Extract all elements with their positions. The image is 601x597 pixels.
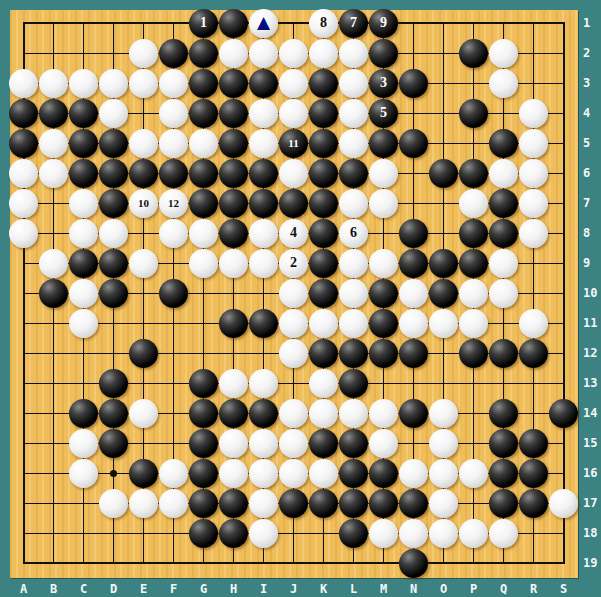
stone-white bbox=[399, 459, 428, 488]
stone-black bbox=[99, 429, 128, 458]
stone-black bbox=[99, 279, 128, 308]
go-board[interactable]: 1▲87935111012462 bbox=[10, 10, 578, 578]
stone-white bbox=[159, 489, 188, 518]
stone-white bbox=[399, 279, 428, 308]
stone-black bbox=[69, 159, 98, 188]
stone-white bbox=[69, 189, 98, 218]
stone-white bbox=[9, 219, 38, 248]
stone-white bbox=[279, 159, 308, 188]
stone-white bbox=[279, 339, 308, 368]
stone-black bbox=[99, 189, 128, 218]
stone-white bbox=[279, 279, 308, 308]
stone-black bbox=[279, 189, 308, 218]
stone-white bbox=[429, 489, 458, 518]
col-label-N: N bbox=[410, 582, 417, 596]
stone-white bbox=[339, 39, 368, 68]
stone-white bbox=[39, 249, 68, 278]
stone-white bbox=[339, 99, 368, 128]
stone-black bbox=[459, 219, 488, 248]
row-label-11: 11 bbox=[583, 316, 597, 330]
stone-white bbox=[249, 459, 278, 488]
stone-white bbox=[519, 99, 548, 128]
stone-white bbox=[129, 129, 158, 158]
stone-white bbox=[279, 39, 308, 68]
stone-black bbox=[429, 279, 458, 308]
stone-white bbox=[219, 429, 248, 458]
move-number: 10 bbox=[138, 198, 149, 209]
stone-white bbox=[309, 309, 338, 338]
stone-white bbox=[339, 129, 368, 158]
stone-black bbox=[339, 519, 368, 548]
stone-black bbox=[249, 69, 278, 98]
stone-black bbox=[249, 399, 278, 428]
stone-black bbox=[459, 249, 488, 278]
stone-black bbox=[219, 309, 248, 338]
stone-white: ▲ bbox=[249, 9, 278, 38]
row-label-4: 4 bbox=[583, 106, 590, 120]
stone-black bbox=[9, 129, 38, 158]
stone-black bbox=[219, 519, 248, 548]
stone-white bbox=[489, 69, 518, 98]
col-label-Q: Q bbox=[500, 582, 507, 596]
stone-white bbox=[159, 129, 188, 158]
stone-white bbox=[129, 249, 158, 278]
stone-black bbox=[519, 459, 548, 488]
stone-white bbox=[9, 159, 38, 188]
stone-black bbox=[369, 279, 398, 308]
stone-black bbox=[249, 309, 278, 338]
row-label-7: 7 bbox=[583, 196, 590, 210]
col-label-I: I bbox=[260, 582, 267, 596]
stone-white bbox=[69, 429, 98, 458]
stone-black bbox=[429, 159, 458, 188]
stone-white bbox=[399, 519, 428, 548]
col-label-M: M bbox=[380, 582, 387, 596]
move-number: 11 bbox=[288, 138, 298, 149]
stone-white bbox=[9, 189, 38, 218]
stone-black bbox=[519, 339, 548, 368]
stone-white bbox=[69, 279, 98, 308]
stone-black bbox=[309, 99, 338, 128]
stone-black bbox=[309, 219, 338, 248]
stone-black bbox=[99, 369, 128, 398]
stone-black bbox=[39, 279, 68, 308]
stone-black bbox=[519, 489, 548, 518]
stone-white bbox=[459, 309, 488, 338]
move-number: 12 bbox=[168, 198, 179, 209]
row-label-18: 18 bbox=[583, 526, 597, 540]
col-label-S: S bbox=[560, 582, 567, 596]
stone-white bbox=[219, 249, 248, 278]
stone-white bbox=[159, 69, 188, 98]
stone-black bbox=[219, 129, 248, 158]
stone-white bbox=[369, 159, 398, 188]
stone-black bbox=[399, 489, 428, 518]
row-label-6: 6 bbox=[583, 166, 590, 180]
stone-black bbox=[309, 429, 338, 458]
stone-black bbox=[219, 9, 248, 38]
stone-white bbox=[159, 219, 188, 248]
stone-black bbox=[339, 369, 368, 398]
stone-black bbox=[249, 189, 278, 218]
stone-white bbox=[489, 279, 518, 308]
stone-black bbox=[219, 189, 248, 218]
col-label-L: L bbox=[350, 582, 357, 596]
stone-white bbox=[279, 459, 308, 488]
move-number: 4 bbox=[290, 226, 297, 240]
stone-black: 5 bbox=[369, 99, 398, 128]
stone-black bbox=[129, 339, 158, 368]
col-label-K: K bbox=[320, 582, 327, 596]
col-label-E: E bbox=[140, 582, 147, 596]
stone-white bbox=[279, 309, 308, 338]
stone-white bbox=[279, 69, 308, 98]
stone-black bbox=[459, 339, 488, 368]
stone-white bbox=[489, 159, 518, 188]
stone-white bbox=[519, 159, 548, 188]
stone-white bbox=[399, 309, 428, 338]
stone-black: 1 bbox=[189, 9, 218, 38]
row-label-16: 16 bbox=[583, 466, 597, 480]
row-label-3: 3 bbox=[583, 76, 590, 90]
stone-white: 4 bbox=[279, 219, 308, 248]
stone-white bbox=[159, 99, 188, 128]
stone-white bbox=[69, 309, 98, 338]
col-label-P: P bbox=[470, 582, 477, 596]
stone-black bbox=[189, 369, 218, 398]
stone-white bbox=[339, 249, 368, 278]
stone-black bbox=[189, 99, 218, 128]
stone-black bbox=[99, 129, 128, 158]
stone-black bbox=[189, 189, 218, 218]
stone-white bbox=[99, 219, 128, 248]
stone-black bbox=[399, 249, 428, 278]
stone-white bbox=[309, 399, 338, 428]
stone-white bbox=[279, 429, 308, 458]
stone-white bbox=[249, 219, 278, 248]
stone-white bbox=[429, 399, 458, 428]
stone-black bbox=[339, 489, 368, 518]
stone-black bbox=[189, 39, 218, 68]
stone-black bbox=[309, 249, 338, 278]
stone-black bbox=[519, 429, 548, 458]
stone-black bbox=[189, 69, 218, 98]
stone-white bbox=[459, 189, 488, 218]
stone-white bbox=[99, 489, 128, 518]
stone-black: 3 bbox=[369, 69, 398, 98]
stone-white: 8 bbox=[309, 9, 338, 38]
stone-black: 11 bbox=[279, 129, 308, 158]
stone-white: 2 bbox=[279, 249, 308, 278]
stone-black bbox=[219, 159, 248, 188]
col-label-G: G bbox=[200, 582, 207, 596]
stone-white bbox=[249, 129, 278, 158]
stone-black bbox=[489, 129, 518, 158]
stone-white bbox=[339, 399, 368, 428]
stone-white: 12 bbox=[159, 189, 188, 218]
stone-white bbox=[249, 39, 278, 68]
stone-white bbox=[309, 39, 338, 68]
stone-black bbox=[399, 129, 428, 158]
stone-black bbox=[309, 489, 338, 518]
stone-black bbox=[279, 489, 308, 518]
go-game-screenshot: 1▲87935111012462 ABCDEFGHIJKLMNOPQRS 123… bbox=[0, 0, 601, 597]
stone-black bbox=[309, 69, 338, 98]
move-number: 5 bbox=[380, 106, 387, 120]
stone-white bbox=[519, 309, 548, 338]
stone-white bbox=[159, 459, 188, 488]
stone-black bbox=[129, 459, 158, 488]
stone-black bbox=[489, 189, 518, 218]
stone-black bbox=[429, 249, 458, 278]
stone-black bbox=[309, 339, 338, 368]
stone-black bbox=[339, 339, 368, 368]
row-label-19: 19 bbox=[583, 556, 597, 570]
stone-white bbox=[489, 249, 518, 278]
stone-white bbox=[279, 399, 308, 428]
stone-black bbox=[369, 129, 398, 158]
stone-black bbox=[339, 429, 368, 458]
stone-white bbox=[249, 519, 278, 548]
stone-white bbox=[519, 129, 548, 158]
stone-black bbox=[189, 519, 218, 548]
grid-line-h bbox=[23, 562, 565, 564]
stone-white bbox=[429, 309, 458, 338]
stone-black bbox=[489, 429, 518, 458]
stone-black bbox=[99, 159, 128, 188]
stone-black bbox=[189, 459, 218, 488]
stone-black bbox=[159, 159, 188, 188]
stone-black bbox=[159, 279, 188, 308]
triangle-marker: ▲ bbox=[257, 14, 270, 31]
hoshi-point bbox=[110, 470, 117, 477]
row-label-9: 9 bbox=[583, 256, 590, 270]
row-label-17: 17 bbox=[583, 496, 597, 510]
stone-black bbox=[549, 399, 578, 428]
col-label-H: H bbox=[230, 582, 237, 596]
stone-black bbox=[189, 429, 218, 458]
grid-line-v bbox=[563, 22, 565, 564]
stone-white bbox=[339, 69, 368, 98]
stone-black bbox=[99, 399, 128, 428]
stone-white bbox=[429, 429, 458, 458]
stone-black bbox=[369, 459, 398, 488]
stone-white bbox=[489, 39, 518, 68]
stone-black bbox=[309, 189, 338, 218]
move-number: 3 bbox=[380, 76, 387, 90]
stone-white bbox=[309, 459, 338, 488]
stone-white bbox=[459, 519, 488, 548]
stone-black bbox=[489, 339, 518, 368]
stone-black bbox=[489, 219, 518, 248]
stone-white bbox=[189, 219, 218, 248]
stone-black bbox=[69, 99, 98, 128]
stone-white bbox=[69, 459, 98, 488]
stone-white bbox=[129, 489, 158, 518]
stone-white bbox=[339, 309, 368, 338]
stone-black bbox=[219, 399, 248, 428]
stone-white bbox=[519, 219, 548, 248]
stone-black bbox=[159, 39, 188, 68]
stone-black bbox=[249, 159, 278, 188]
stone-black bbox=[189, 159, 218, 188]
stone-black bbox=[399, 339, 428, 368]
row-label-2: 2 bbox=[583, 46, 590, 60]
stone-black bbox=[339, 159, 368, 188]
stone-black bbox=[219, 489, 248, 518]
stone-black bbox=[99, 249, 128, 278]
move-number: 9 bbox=[380, 16, 387, 30]
move-number: 8 bbox=[320, 16, 327, 30]
stone-black bbox=[39, 99, 68, 128]
stone-black bbox=[369, 489, 398, 518]
stone-black bbox=[219, 69, 248, 98]
stone-white bbox=[189, 129, 218, 158]
stone-black bbox=[189, 489, 218, 518]
stone-black bbox=[489, 399, 518, 428]
stone-white bbox=[279, 99, 308, 128]
stone-white bbox=[519, 189, 548, 218]
stone-black bbox=[369, 39, 398, 68]
stone-black bbox=[459, 159, 488, 188]
col-label-A: A bbox=[20, 582, 27, 596]
stone-white bbox=[249, 99, 278, 128]
stone-white bbox=[39, 129, 68, 158]
stone-white bbox=[219, 369, 248, 398]
col-label-J: J bbox=[290, 582, 297, 596]
stone-white bbox=[129, 39, 158, 68]
stone-white bbox=[369, 189, 398, 218]
stone-white bbox=[309, 369, 338, 398]
stone-black bbox=[309, 129, 338, 158]
stone-white bbox=[9, 69, 38, 98]
stone-white bbox=[339, 189, 368, 218]
stone-white bbox=[69, 69, 98, 98]
row-label-1: 1 bbox=[583, 16, 590, 30]
stone-white bbox=[369, 399, 398, 428]
row-label-5: 5 bbox=[583, 136, 590, 150]
stone-black bbox=[489, 489, 518, 518]
move-number: 1 bbox=[200, 16, 207, 30]
row-label-10: 10 bbox=[583, 286, 597, 300]
stone-black bbox=[9, 99, 38, 128]
stone-black bbox=[309, 279, 338, 308]
stone-white bbox=[369, 249, 398, 278]
stone-white: 10 bbox=[129, 189, 158, 218]
stone-white bbox=[99, 99, 128, 128]
move-number: 6 bbox=[350, 226, 357, 240]
stone-white bbox=[219, 459, 248, 488]
stone-black bbox=[489, 459, 518, 488]
stone-black bbox=[399, 69, 428, 98]
col-label-O: O bbox=[440, 582, 447, 596]
stone-black bbox=[399, 399, 428, 428]
stone-white bbox=[489, 519, 518, 548]
stone-black bbox=[339, 459, 368, 488]
col-label-R: R bbox=[530, 582, 537, 596]
move-number: 7 bbox=[350, 16, 357, 30]
stone-black bbox=[69, 249, 98, 278]
stone-white bbox=[189, 249, 218, 278]
stone-black bbox=[459, 39, 488, 68]
stone-black bbox=[369, 339, 398, 368]
stone-black bbox=[189, 399, 218, 428]
stone-white bbox=[39, 69, 68, 98]
stone-white bbox=[249, 249, 278, 278]
stone-white bbox=[39, 159, 68, 188]
stone-black bbox=[219, 219, 248, 248]
stone-black bbox=[219, 99, 248, 128]
row-label-15: 15 bbox=[583, 436, 597, 450]
stone-black bbox=[129, 159, 158, 188]
stone-white bbox=[129, 399, 158, 428]
stone-white: 6 bbox=[339, 219, 368, 248]
stone-white bbox=[459, 279, 488, 308]
stone-black bbox=[459, 99, 488, 128]
stone-black bbox=[69, 399, 98, 428]
stone-black bbox=[369, 309, 398, 338]
stone-white bbox=[249, 369, 278, 398]
stone-white bbox=[429, 459, 458, 488]
move-number: 2 bbox=[290, 256, 297, 270]
stone-white bbox=[459, 459, 488, 488]
col-label-D: D bbox=[110, 582, 117, 596]
col-label-B: B bbox=[50, 582, 57, 596]
row-label-8: 8 bbox=[583, 226, 590, 240]
stone-white bbox=[339, 279, 368, 308]
stone-white bbox=[429, 519, 458, 548]
col-label-C: C bbox=[80, 582, 87, 596]
stone-black bbox=[399, 219, 428, 248]
stone-white bbox=[549, 489, 578, 518]
stone-white bbox=[249, 489, 278, 518]
stone-black bbox=[309, 159, 338, 188]
col-label-F: F bbox=[170, 582, 177, 596]
stone-white bbox=[99, 69, 128, 98]
row-label-13: 13 bbox=[583, 376, 597, 390]
stone-white bbox=[369, 519, 398, 548]
stone-white bbox=[249, 429, 278, 458]
stone-white bbox=[129, 69, 158, 98]
row-label-14: 14 bbox=[583, 406, 597, 420]
stone-black bbox=[399, 549, 428, 578]
stone-white bbox=[369, 429, 398, 458]
row-label-12: 12 bbox=[583, 346, 597, 360]
stone-black: 7 bbox=[339, 9, 368, 38]
stone-white bbox=[219, 39, 248, 68]
stone-black: 9 bbox=[369, 9, 398, 38]
stone-black bbox=[69, 129, 98, 158]
stone-white bbox=[69, 219, 98, 248]
